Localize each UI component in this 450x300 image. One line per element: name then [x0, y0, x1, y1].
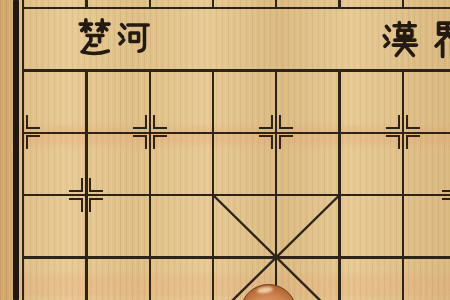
point-marker: [386, 115, 420, 149]
point-marker: [259, 115, 293, 149]
point-marker-corner: [153, 135, 167, 149]
river-char-he: [112, 19, 157, 56]
point-marker-corner: [406, 135, 420, 149]
point-marker: [69, 178, 103, 212]
point-marker-corner: [386, 135, 400, 149]
board-outer-margin: [0, 0, 12, 300]
river-char-han: [375, 20, 426, 58]
point-marker-corner: [69, 198, 83, 212]
point-marker-corner: [259, 115, 273, 129]
point-marker-corner: [279, 135, 293, 149]
point-marker: [133, 115, 167, 149]
river-char-jie: [427, 20, 450, 60]
point-marker-corner: [153, 115, 167, 129]
point-marker-corner: [69, 178, 83, 192]
point-marker: [6, 115, 40, 149]
board-frame-edge: [13, 0, 19, 300]
point-marker-corner: [406, 115, 420, 129]
point-marker-corner: [386, 115, 400, 129]
point-marker-corner: [89, 178, 103, 192]
xiangqi-board-screenshot: 楚河 漢界: [0, 0, 450, 300]
point-marker-corner: [133, 135, 147, 149]
point-marker-corner: [133, 115, 147, 129]
point-marker-corner: [279, 115, 293, 129]
point-marker-corner: [26, 115, 40, 129]
point-marker-corner: [442, 198, 450, 212]
point-marker-corner: [442, 178, 450, 192]
point-marker-corner: [26, 135, 40, 149]
point-marker-corner: [259, 135, 273, 149]
point-marker: [442, 178, 450, 212]
piece-highlight: [257, 286, 274, 294]
river-char-chu: [76, 17, 114, 57]
point-marker-corner: [89, 198, 103, 212]
